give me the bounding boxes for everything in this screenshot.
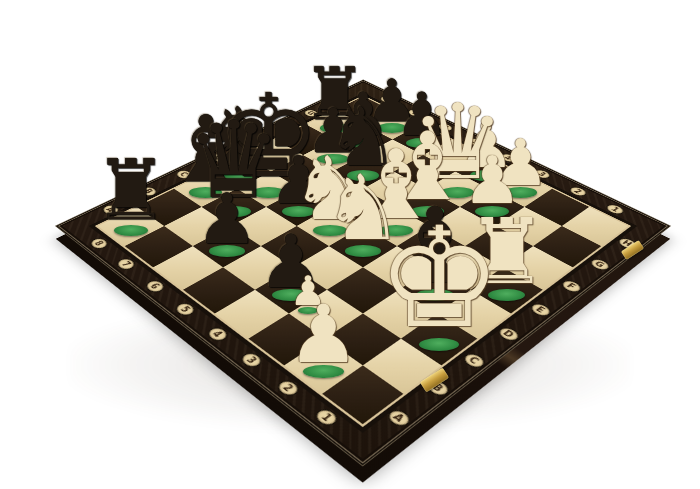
coord-label-1: 1 bbox=[605, 204, 626, 216]
black-rook-a8[interactable]: ♜ bbox=[94, 150, 169, 234]
coord-label-7: 7 bbox=[116, 257, 137, 271]
coord-label-3: 3 bbox=[240, 352, 264, 369]
coord-label-2: 2 bbox=[275, 379, 300, 397]
black-pawn-b6[interactable]: ♟ bbox=[196, 184, 258, 253]
white-king-c1[interactable]: ♚ bbox=[377, 209, 501, 348]
coord-label-a: A bbox=[386, 408, 412, 427]
square-a5[interactable] bbox=[183, 267, 255, 313]
coord-label-2: 2 bbox=[568, 186, 588, 197]
coord-label-f: F bbox=[559, 279, 582, 293]
coord-label-6: 6 bbox=[144, 279, 166, 293]
white-pawn-a2[interactable]: ♟ bbox=[288, 295, 360, 375]
coord-label-4: 4 bbox=[206, 326, 230, 342]
coord-label-1: 1 bbox=[314, 408, 340, 427]
coord-label-5: 5 bbox=[174, 302, 197, 317]
coord-label-g: G bbox=[589, 257, 611, 271]
product-photo-stage: 87654321 87654321 HGFEDCBA HGFEDCBA ♜♜♝♞… bbox=[0, 0, 700, 489]
